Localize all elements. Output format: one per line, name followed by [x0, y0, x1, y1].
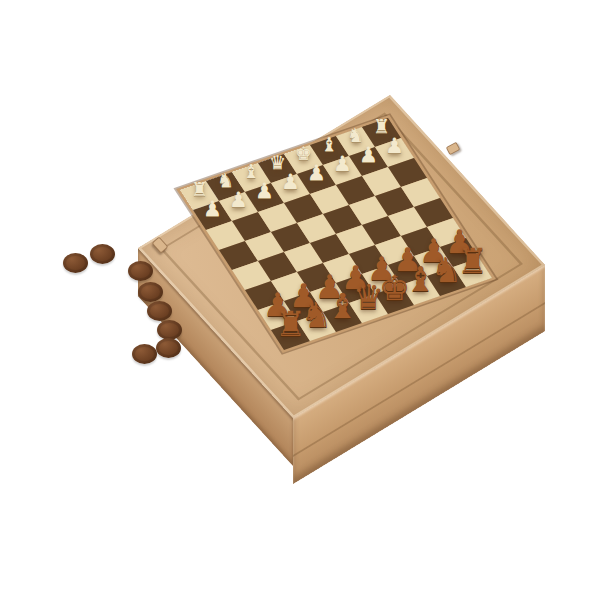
stick-color-band	[461, 428, 475, 432]
checker-disc-brown	[157, 320, 182, 340]
stick-color-band	[373, 468, 386, 472]
stick-color-band	[463, 456, 476, 459]
stick-color-band	[434, 452, 448, 456]
stick-color-band	[429, 404, 441, 408]
stick-color-band	[467, 430, 480, 434]
stick-color-band	[447, 416, 460, 420]
stick-color-band	[432, 451, 445, 455]
stick-color-band	[464, 452, 478, 456]
stick-color-band	[359, 472, 373, 476]
checker-disc-cream	[107, 287, 132, 307]
stick-color-band	[325, 490, 339, 494]
stick-color-band	[313, 495, 326, 498]
stick-color-band	[343, 477, 357, 481]
checker-disc-brown	[128, 261, 153, 281]
stick-color-band	[368, 455, 402, 465]
stick-color-band	[329, 490, 342, 493]
stick-color-band	[385, 429, 399, 433]
stick-color-band	[478, 389, 490, 393]
checker-disc-brown	[156, 338, 181, 358]
checker-disc-brown	[147, 301, 172, 321]
checker-disc-cream	[104, 263, 129, 283]
stick-color-band	[302, 487, 315, 491]
stick-color-band	[295, 482, 308, 486]
stick-color-band	[366, 444, 380, 448]
stick-color-band	[320, 466, 334, 470]
stick-color-band	[471, 399, 484, 403]
stick-color-band	[401, 430, 414, 434]
checker-disc-brown	[63, 253, 88, 273]
stick-color-band	[428, 427, 442, 431]
checker-disc-cream	[115, 242, 140, 262]
stick-color-band	[410, 447, 423, 451]
stick-color-band	[397, 441, 428, 449]
stick-color-band	[454, 388, 466, 392]
checker-disc-brown	[138, 282, 163, 302]
checker-disc-cream	[67, 276, 92, 296]
checker-disc-brown	[90, 244, 115, 264]
stick-color-band	[401, 469, 415, 473]
stick-color-band	[464, 388, 477, 392]
stick-color-band	[402, 471, 415, 474]
stick-color-band	[488, 411, 502, 415]
stick-color-band	[433, 430, 446, 434]
product-photo-scene: ♜♞♝♛♚♝♞♜♟♟♟♟♟♟♟♟♟♟♟♟♟♟♟♟♜♞♝♛♚♝♞♜	[0, 0, 600, 600]
checker-disc-cream	[117, 309, 142, 329]
stick-color-band	[414, 417, 427, 421]
stick-color-band	[443, 403, 456, 407]
stick-color-band	[361, 451, 374, 455]
lid-latch-knob-right	[446, 142, 461, 156]
stick-color-band	[459, 408, 473, 412]
stick-color-band	[471, 377, 484, 381]
checker-disc-brown	[132, 344, 157, 364]
stick-color-band	[352, 464, 365, 468]
stick-color-band	[460, 435, 473, 439]
